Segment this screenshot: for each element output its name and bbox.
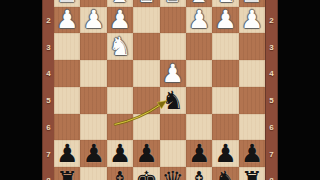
square-d5[interactable]: ♞ bbox=[160, 87, 186, 114]
square-e6[interactable] bbox=[133, 114, 159, 141]
white-pawn-b2: ♟ bbox=[214, 7, 236, 32]
chess-video-frame: 12345678 12345678 ♜♝♚♛♝♞♜♟♟♟♟♟♟♞♟♞♟♟♟♟♟♟… bbox=[0, 0, 320, 180]
square-c3[interactable] bbox=[186, 33, 212, 60]
square-b8[interactable]: ♞ bbox=[212, 167, 238, 180]
square-f6[interactable] bbox=[107, 114, 133, 141]
square-g4[interactable] bbox=[80, 60, 106, 87]
square-c8[interactable]: ♝ bbox=[186, 167, 212, 180]
white-king-e1: ♚ bbox=[135, 0, 157, 6]
white-rook-a1: ♜ bbox=[241, 0, 263, 6]
black-pawn-e7: ♟ bbox=[135, 141, 157, 166]
square-h2[interactable]: ♟ bbox=[54, 7, 80, 34]
square-b4[interactable] bbox=[212, 60, 238, 87]
white-queen-d1: ♛ bbox=[162, 0, 184, 6]
black-pawn-h7: ♟ bbox=[56, 141, 78, 166]
square-a8[interactable]: ♜ bbox=[239, 167, 265, 180]
rank-label-right-7: 7 bbox=[265, 149, 278, 158]
square-b6[interactable] bbox=[212, 114, 238, 141]
square-a3[interactable] bbox=[239, 33, 265, 60]
black-knight-b8: ♞ bbox=[214, 168, 236, 180]
rank-strip-right: 12345678 bbox=[265, 0, 278, 180]
square-d2[interactable] bbox=[160, 7, 186, 34]
square-d8[interactable]: ♛ bbox=[160, 167, 186, 180]
chess-board: ♜♝♚♛♝♞♜♟♟♟♟♟♟♞♟♞♟♟♟♟♟♟♟♜♝♚♛♝♞♜ bbox=[54, 0, 265, 180]
square-h4[interactable] bbox=[54, 60, 80, 87]
square-h5[interactable] bbox=[54, 87, 80, 114]
black-bishop-f8: ♝ bbox=[109, 168, 131, 180]
rank-label-right-3: 3 bbox=[265, 42, 278, 51]
square-a5[interactable] bbox=[239, 87, 265, 114]
square-g7[interactable]: ♟ bbox=[80, 140, 106, 167]
black-pawn-f7: ♟ bbox=[109, 141, 131, 166]
white-pawn-c2: ♟ bbox=[188, 7, 210, 32]
square-b5[interactable] bbox=[212, 87, 238, 114]
black-knight-d5: ♞ bbox=[162, 88, 184, 113]
square-h3[interactable] bbox=[54, 33, 80, 60]
black-king-e8: ♚ bbox=[135, 168, 157, 180]
white-rook-h1: ♜ bbox=[56, 0, 78, 6]
square-c6[interactable] bbox=[186, 114, 212, 141]
square-c5[interactable] bbox=[186, 87, 212, 114]
square-a7[interactable]: ♟ bbox=[239, 140, 265, 167]
white-pawn-f2: ♟ bbox=[109, 7, 131, 32]
square-g3[interactable] bbox=[80, 33, 106, 60]
rank-label-right-5: 5 bbox=[265, 96, 278, 105]
square-a6[interactable] bbox=[239, 114, 265, 141]
square-d7[interactable] bbox=[160, 140, 186, 167]
letterbox-right bbox=[278, 0, 320, 180]
square-e8[interactable]: ♚ bbox=[133, 167, 159, 180]
black-pawn-c7: ♟ bbox=[188, 141, 210, 166]
square-g2[interactable]: ♟ bbox=[80, 7, 106, 34]
square-f8[interactable]: ♝ bbox=[107, 167, 133, 180]
square-c2[interactable]: ♟ bbox=[186, 7, 212, 34]
square-g6[interactable] bbox=[80, 114, 106, 141]
square-h6[interactable] bbox=[54, 114, 80, 141]
black-pawn-b7: ♟ bbox=[214, 141, 236, 166]
square-f7[interactable]: ♟ bbox=[107, 140, 133, 167]
black-rook-h8: ♜ bbox=[56, 168, 78, 180]
square-e5[interactable] bbox=[133, 87, 159, 114]
square-g5[interactable] bbox=[80, 87, 106, 114]
white-bishop-f1: ♝ bbox=[109, 0, 131, 6]
square-e4[interactable] bbox=[133, 60, 159, 87]
white-knight-f3: ♞ bbox=[109, 34, 131, 59]
square-e7[interactable]: ♟ bbox=[133, 140, 159, 167]
square-a2[interactable]: ♟ bbox=[239, 7, 265, 34]
square-g8[interactable] bbox=[80, 167, 106, 180]
letterbox-left bbox=[0, 0, 42, 180]
black-rook-a8: ♜ bbox=[241, 168, 263, 180]
square-d4[interactable]: ♟ bbox=[160, 60, 186, 87]
square-a4[interactable] bbox=[239, 60, 265, 87]
square-f4[interactable] bbox=[107, 60, 133, 87]
black-pawn-a7: ♟ bbox=[241, 141, 263, 166]
square-b7[interactable]: ♟ bbox=[212, 140, 238, 167]
square-c7[interactable]: ♟ bbox=[186, 140, 212, 167]
square-f5[interactable] bbox=[107, 87, 133, 114]
white-pawn-g2: ♟ bbox=[82, 7, 104, 32]
black-bishop-c8: ♝ bbox=[188, 168, 210, 180]
rank-label-right-4: 4 bbox=[265, 69, 278, 78]
square-b3[interactable] bbox=[212, 33, 238, 60]
black-pawn-g7: ♟ bbox=[82, 141, 104, 166]
white-pawn-d4: ♟ bbox=[162, 61, 184, 86]
square-d6[interactable] bbox=[160, 114, 186, 141]
square-h8[interactable]: ♜ bbox=[54, 167, 80, 180]
square-e3[interactable] bbox=[133, 33, 159, 60]
white-pawn-h2: ♟ bbox=[56, 7, 78, 32]
square-b2[interactable]: ♟ bbox=[212, 7, 238, 34]
rank-label-right-8: 8 bbox=[265, 176, 278, 180]
square-f2[interactable]: ♟ bbox=[107, 7, 133, 34]
white-knight-b1: ♞ bbox=[214, 0, 236, 6]
black-queen-d8: ♛ bbox=[162, 168, 184, 180]
white-pawn-a2: ♟ bbox=[241, 7, 263, 32]
square-d3[interactable] bbox=[160, 33, 186, 60]
square-h7[interactable]: ♟ bbox=[54, 140, 80, 167]
square-f3[interactable]: ♞ bbox=[107, 33, 133, 60]
rank-label-right-6: 6 bbox=[265, 122, 278, 131]
white-bishop-c1: ♝ bbox=[188, 0, 210, 6]
square-e2[interactable] bbox=[133, 7, 159, 34]
square-c4[interactable] bbox=[186, 60, 212, 87]
rank-label-right-2: 2 bbox=[265, 15, 278, 24]
